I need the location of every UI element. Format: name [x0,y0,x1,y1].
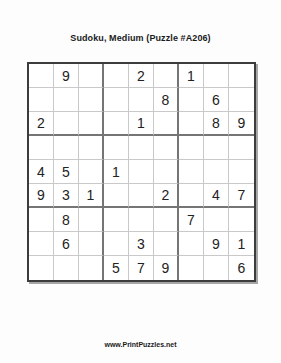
cell-r5c8 [204,160,229,184]
cell-r1c9 [229,64,254,88]
cell-r5c9 [229,160,254,184]
cell-r7c3 [79,208,104,232]
cell-r6c3: 1 [79,184,104,208]
cell-r2c1 [29,88,54,112]
cell-r7c5 [129,208,154,232]
cell-r6c5 [129,184,154,208]
cell-r9c9: 6 [229,256,254,280]
cell-r9c5: 7 [129,256,154,280]
cell-r7c4 [104,208,129,232]
cell-r1c2: 9 [54,64,79,88]
page-title: Sudoku, Medium (Puzzle #A206) [0,33,281,43]
cell-r8c1 [29,232,54,256]
cell-r9c3 [79,256,104,280]
cell-r4c9 [229,136,254,160]
cell-r3c6 [154,112,179,136]
cell-r8c9: 1 [229,232,254,256]
cell-r2c6: 8 [154,88,179,112]
cell-r3c4 [104,112,129,136]
cell-r4c6 [154,136,179,160]
cell-r6c8: 4 [204,184,229,208]
cell-r2c5 [129,88,154,112]
cell-r6c1: 9 [29,184,54,208]
cell-r5c6 [154,160,179,184]
cell-r7c6 [154,208,179,232]
cell-r8c4 [104,232,129,256]
cell-r1c1 [29,64,54,88]
cell-r1c5: 2 [129,64,154,88]
cell-r5c5 [129,160,154,184]
cell-r2c8: 6 [204,88,229,112]
cell-r3c2 [54,112,79,136]
cell-r6c7 [179,184,204,208]
footer-url: www.PrintPuzzles.net [0,341,281,348]
cell-r6c2: 3 [54,184,79,208]
cell-r5c1: 4 [29,160,54,184]
cell-r5c2: 5 [54,160,79,184]
cell-r1c3 [79,64,104,88]
cell-r3c3 [79,112,104,136]
cell-r3c9: 9 [229,112,254,136]
cell-r6c9: 7 [229,184,254,208]
cell-r3c7 [179,112,204,136]
cell-r8c7 [179,232,204,256]
cell-r7c8 [204,208,229,232]
cell-r1c4 [104,64,129,88]
cell-r5c7 [179,160,204,184]
cell-r8c3 [79,232,104,256]
cell-r7c1 [29,208,54,232]
cell-r4c7 [179,136,204,160]
cell-r4c1 [29,136,54,160]
sudoku-grid: 9218621894519312478763915796 [27,62,256,282]
cell-r4c5 [129,136,154,160]
cell-r4c3 [79,136,104,160]
cell-r2c4 [104,88,129,112]
cell-r9c1 [29,256,54,280]
cell-r8c2: 6 [54,232,79,256]
cell-r4c2 [54,136,79,160]
cell-r9c4: 5 [104,256,129,280]
cell-r4c4 [104,136,129,160]
cell-r3c5: 1 [129,112,154,136]
cell-r3c8: 8 [204,112,229,136]
cell-r7c9 [229,208,254,232]
cell-r3c1: 2 [29,112,54,136]
cell-r8c6 [154,232,179,256]
cell-r9c7 [179,256,204,280]
cell-r9c8 [204,256,229,280]
cell-r7c7: 7 [179,208,204,232]
cell-r1c7: 1 [179,64,204,88]
cell-r2c3 [79,88,104,112]
cell-r2c2 [54,88,79,112]
cell-r5c3 [79,160,104,184]
cell-r8c5: 3 [129,232,154,256]
cell-r9c2 [54,256,79,280]
sudoku-print-page: Sudoku, Medium (Puzzle #A206) 9218621894… [0,0,281,363]
cell-r9c6: 9 [154,256,179,280]
cell-r4c8 [204,136,229,160]
cell-r2c7 [179,88,204,112]
cell-r7c2: 8 [54,208,79,232]
cell-r1c6 [154,64,179,88]
cell-r1c8 [204,64,229,88]
cell-r5c4: 1 [104,160,129,184]
cell-r6c6: 2 [154,184,179,208]
cell-r2c9 [229,88,254,112]
cell-r8c8: 9 [204,232,229,256]
cell-r6c4 [104,184,129,208]
